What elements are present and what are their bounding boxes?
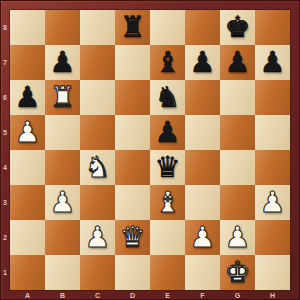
piece-black-queen[interactable]: ♛ [150,150,185,185]
square-d6[interactable] [115,80,150,115]
rank-label-8: 8 [0,10,10,45]
rank-label-5: 5 [0,115,10,150]
file-label-h: H [255,290,290,300]
square-a3[interactable] [10,185,45,220]
square-c2[interactable]: ♟ [80,220,115,255]
square-d7[interactable] [115,45,150,80]
square-g1[interactable]: ♚ [220,255,255,290]
square-g7[interactable]: ♟ [220,45,255,80]
chess-board[interactable]: ♜♚♟♝♟♟♟♟♜♞♟♟♞♛♟♝♟♟♛♟♟♚ [10,10,290,290]
square-d4[interactable] [115,150,150,185]
piece-black-pawn[interactable]: ♟ [220,45,255,80]
square-a5[interactable]: ♟ [10,115,45,150]
piece-white-pawn[interactable]: ♟ [220,220,255,255]
square-f4[interactable] [185,150,220,185]
square-a8[interactable] [10,10,45,45]
file-label-f: F [185,290,220,300]
square-d5[interactable] [115,115,150,150]
rank-label-6: 6 [0,80,10,115]
piece-white-queen[interactable]: ♛ [115,220,150,255]
rank-labels: 87654321 [0,10,10,290]
square-b3[interactable]: ♟ [45,185,80,220]
piece-white-rook[interactable]: ♜ [45,80,80,115]
square-h5[interactable] [255,115,290,150]
square-f3[interactable] [185,185,220,220]
square-e1[interactable] [150,255,185,290]
piece-white-pawn[interactable]: ♟ [185,220,220,255]
square-a2[interactable] [10,220,45,255]
rank-label-2: 2 [0,220,10,255]
square-h7[interactable]: ♟ [255,45,290,80]
square-b4[interactable] [45,150,80,185]
square-g3[interactable] [220,185,255,220]
piece-black-pawn[interactable]: ♟ [185,45,220,80]
rank-label-7: 7 [0,45,10,80]
square-d3[interactable] [115,185,150,220]
piece-black-knight[interactable]: ♞ [150,80,185,115]
file-label-d: D [115,290,150,300]
square-b2[interactable] [45,220,80,255]
square-b5[interactable] [45,115,80,150]
square-c1[interactable] [80,255,115,290]
square-f2[interactable]: ♟ [185,220,220,255]
square-h2[interactable] [255,220,290,255]
piece-black-pawn[interactable]: ♟ [10,80,45,115]
square-g2[interactable]: ♟ [220,220,255,255]
piece-white-king[interactable]: ♚ [220,255,255,290]
square-h1[interactable] [255,255,290,290]
piece-white-pawn[interactable]: ♟ [10,115,45,150]
file-label-c: C [80,290,115,300]
square-f6[interactable] [185,80,220,115]
piece-black-rook[interactable]: ♜ [115,10,150,45]
piece-white-pawn[interactable]: ♟ [45,185,80,220]
piece-black-pawn[interactable]: ♟ [255,45,290,80]
piece-black-bishop[interactable]: ♝ [150,45,185,80]
square-a6[interactable]: ♟ [10,80,45,115]
square-b7[interactable]: ♟ [45,45,80,80]
square-c4[interactable]: ♞ [80,150,115,185]
square-h4[interactable] [255,150,290,185]
square-c3[interactable] [80,185,115,220]
square-c5[interactable] [80,115,115,150]
file-label-a: A [10,290,45,300]
square-f5[interactable] [185,115,220,150]
square-e5[interactable]: ♟ [150,115,185,150]
square-h3[interactable]: ♟ [255,185,290,220]
square-h6[interactable] [255,80,290,115]
piece-white-knight[interactable]: ♞ [80,150,115,185]
square-g6[interactable] [220,80,255,115]
square-b1[interactable] [45,255,80,290]
square-e8[interactable] [150,10,185,45]
piece-white-pawn[interactable]: ♟ [80,220,115,255]
square-g4[interactable] [220,150,255,185]
rank-label-1: 1 [0,255,10,290]
file-label-e: E [150,290,185,300]
square-g5[interactable] [220,115,255,150]
square-f7[interactable]: ♟ [185,45,220,80]
square-e4[interactable]: ♛ [150,150,185,185]
square-f8[interactable] [185,10,220,45]
square-b6[interactable]: ♜ [45,80,80,115]
square-c8[interactable] [80,10,115,45]
square-e6[interactable]: ♞ [150,80,185,115]
square-h8[interactable] [255,10,290,45]
square-e3[interactable]: ♝ [150,185,185,220]
piece-black-pawn[interactable]: ♟ [150,115,185,150]
piece-white-bishop[interactable]: ♝ [150,185,185,220]
square-b8[interactable] [45,10,80,45]
file-label-b: B [45,290,80,300]
square-e7[interactable]: ♝ [150,45,185,80]
piece-white-pawn[interactable]: ♟ [255,185,290,220]
square-e2[interactable] [150,220,185,255]
piece-black-pawn[interactable]: ♟ [45,45,80,80]
square-f1[interactable] [185,255,220,290]
square-c7[interactable] [80,45,115,80]
rank-label-3: 3 [0,185,10,220]
square-a7[interactable] [10,45,45,80]
piece-black-king[interactable]: ♚ [220,10,255,45]
square-a4[interactable] [10,150,45,185]
chess-board-frame: 87654321 ABCDEFGH ♜♚♟♝♟♟♟♟♜♞♟♟♞♛♟♝♟♟♛♟♟♚ [0,0,300,300]
square-d2[interactable]: ♛ [115,220,150,255]
square-c6[interactable] [80,80,115,115]
rank-label-4: 4 [0,150,10,185]
file-label-g: G [220,290,255,300]
square-g8[interactable]: ♚ [220,10,255,45]
square-a1[interactable] [10,255,45,290]
square-d8[interactable]: ♜ [115,10,150,45]
file-labels: ABCDEFGH [10,290,290,300]
square-d1[interactable] [115,255,150,290]
